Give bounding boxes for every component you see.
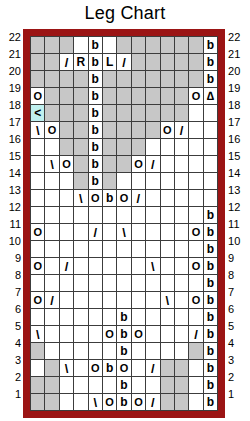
stitch-cell-b: b [89, 105, 102, 121]
stitch-symbol: \ [36, 123, 40, 136]
stitch-cell-b: b [103, 360, 116, 376]
knitting-chart-page: Leg Chart 222120191817161514131211109876… [0, 0, 250, 421]
row-number-left: 4 [7, 335, 23, 352]
empty-cell [132, 309, 145, 325]
stitch-symbol: \ [122, 225, 126, 238]
empty-cell [74, 37, 87, 53]
stitch-symbol: O [33, 226, 42, 237]
stitch-symbol: b [120, 311, 127, 323]
stitch-cell-bslash: \ [161, 292, 174, 308]
stitch-cell-b: b [89, 122, 102, 138]
stitch-cell-b: b [204, 275, 217, 291]
no-stitch-cell [175, 88, 188, 104]
empty-cell [175, 309, 188, 325]
no-stitch-cell [74, 173, 87, 189]
no-stitch-cell [175, 377, 188, 393]
empty-cell [189, 309, 202, 325]
stitch-symbol: O [33, 294, 42, 305]
row-number-right: 20 [225, 63, 241, 80]
empty-cell [74, 224, 87, 240]
no-stitch-cell [117, 139, 130, 155]
no-stitch-cell [132, 88, 145, 104]
stitch-cell-L: L [103, 54, 116, 70]
stitch-cell-slash: / [45, 292, 58, 308]
no-stitch-cell [161, 88, 174, 104]
row-number-right: 21 [225, 46, 241, 63]
empty-cell [132, 207, 145, 223]
empty-cell [60, 241, 73, 257]
row-number-left: 2 [7, 369, 23, 386]
stitch-cell-bslash: \ [117, 224, 130, 240]
stitch-cell-slash: / [60, 54, 73, 70]
row-number-left: 13 [7, 182, 23, 199]
no-stitch-cell [189, 37, 202, 53]
stitch-symbol: b [120, 328, 127, 340]
no-stitch-cell [31, 343, 44, 359]
stitch-symbol: O [134, 396, 143, 407]
empty-cell [175, 258, 188, 274]
stitch-cell-b: b [117, 377, 130, 393]
empty-cell [132, 360, 145, 376]
empty-cell [74, 258, 87, 274]
empty-cell [103, 224, 116, 240]
empty-cell [132, 241, 145, 257]
stitch-symbol: O [91, 362, 100, 373]
stitch-cell-b: b [117, 394, 130, 410]
empty-cell [189, 156, 202, 172]
stitch-symbol: R [77, 56, 86, 68]
no-stitch-cell [117, 71, 130, 87]
empty-cell [175, 173, 188, 189]
empty-cell [161, 156, 174, 172]
empty-cell [31, 309, 44, 325]
row-number-left: 15 [7, 148, 23, 165]
no-stitch-cell [132, 71, 145, 87]
empty-cell [74, 377, 87, 393]
empty-cell [146, 207, 159, 223]
row-number-left: 21 [7, 46, 23, 63]
empty-cell [132, 258, 145, 274]
stitch-cell-b: b [204, 326, 217, 342]
stitch-cell-O: O [189, 88, 202, 104]
stitch-symbol: \ [36, 327, 40, 340]
no-stitch-cell [103, 88, 116, 104]
empty-cell [146, 275, 159, 291]
empty-cell [146, 343, 159, 359]
stitch-symbol: b [92, 107, 99, 119]
empty-cell [189, 207, 202, 223]
stitch-cell-bslash: \ [74, 190, 87, 206]
empty-cell [132, 224, 145, 240]
no-stitch-cell [175, 37, 188, 53]
stitch-cell-b: b [89, 156, 102, 172]
stitch-symbol: b [92, 124, 99, 136]
empty-cell [175, 292, 188, 308]
row-number-left: 12 [7, 199, 23, 216]
empty-cell [189, 122, 202, 138]
stitch-cell-b: b [117, 343, 130, 359]
empty-cell [31, 156, 44, 172]
row-numbers-right: 22212019181716151413121110987654321 [225, 29, 241, 403]
no-stitch-cell [31, 394, 44, 410]
no-stitch-cell [132, 37, 145, 53]
no-stitch-cell [60, 105, 73, 121]
stitch-symbol: O [33, 90, 42, 101]
empty-cell [204, 156, 217, 172]
empty-cell [45, 258, 58, 274]
empty-cell [204, 173, 217, 189]
empty-cell [204, 139, 217, 155]
empty-cell [204, 190, 217, 206]
empty-cell [45, 326, 58, 342]
empty-cell [89, 292, 102, 308]
no-stitch-cell [117, 88, 130, 104]
row-number-right: 7 [225, 284, 241, 301]
stitch-cell-b: b [89, 37, 102, 53]
no-stitch-cell [45, 37, 58, 53]
no-stitch-cell [74, 71, 87, 87]
stitch-symbol: b [207, 56, 214, 68]
empty-cell [103, 292, 116, 308]
stitch-symbol: b [92, 158, 99, 170]
stitch-cell-<: < [31, 105, 44, 121]
no-stitch-cell [132, 122, 145, 138]
stitch-cell-slash: / [175, 122, 188, 138]
stitch-cell-slash: / [146, 394, 159, 410]
empty-cell [74, 241, 87, 257]
stitch-symbol: b [120, 396, 127, 408]
row-number-right: 6 [225, 301, 241, 318]
stitch-cell-b: b [204, 292, 217, 308]
stitch-cell-b: b [117, 309, 130, 325]
chart-title: Leg Chart [0, 3, 250, 24]
no-stitch-cell [103, 139, 116, 155]
empty-cell [175, 156, 188, 172]
no-stitch-cell [117, 156, 130, 172]
no-stitch-cell [175, 105, 188, 121]
no-stitch-cell [60, 88, 73, 104]
no-stitch-cell [189, 71, 202, 87]
empty-cell [31, 241, 44, 257]
stitch-symbol: / [122, 55, 126, 68]
stitch-symbol: b [207, 226, 214, 238]
no-stitch-cell [74, 156, 87, 172]
empty-cell [74, 326, 87, 342]
no-stitch-cell [45, 54, 58, 70]
stitch-cell-O: O [132, 156, 145, 172]
empty-cell [60, 224, 73, 240]
stitch-symbol: \ [50, 157, 54, 170]
no-stitch-cell [161, 377, 174, 393]
no-stitch-cell [103, 156, 116, 172]
empty-cell [60, 394, 73, 410]
stitch-cell-b: b [204, 54, 217, 70]
stitch-symbol: / [50, 293, 54, 306]
empty-cell [146, 241, 159, 257]
stitch-cell-bslash: \ [31, 326, 44, 342]
stitch-symbol: O [134, 328, 143, 339]
stitch-symbol: / [65, 259, 69, 272]
stitch-cell-O: O [89, 360, 102, 376]
row-number-right: 3 [225, 352, 241, 369]
empty-cell [161, 139, 174, 155]
no-stitch-cell [45, 88, 58, 104]
empty-cell [103, 37, 116, 53]
stitch-symbol: L [106, 56, 113, 68]
row-number-right: 18 [225, 97, 241, 114]
stitch-cell-O: O [161, 122, 174, 138]
empty-cell [103, 377, 116, 393]
no-stitch-cell [31, 37, 44, 53]
row-number-right: 12 [225, 199, 241, 216]
empty-cell [146, 292, 159, 308]
stitch-symbol: O [120, 192, 129, 203]
stitch-cell-slash: / [132, 190, 145, 206]
empty-cell [161, 224, 174, 240]
empty-cell [175, 343, 188, 359]
empty-cell [89, 309, 102, 325]
empty-cell [89, 258, 102, 274]
stitch-cell-O: O [103, 326, 116, 342]
stitch-cell-b: b [204, 207, 217, 223]
empty-cell [89, 241, 102, 257]
empty-cell [132, 275, 145, 291]
empty-cell [161, 343, 174, 359]
empty-cell [74, 207, 87, 223]
row-number-right: 19 [225, 80, 241, 97]
stitch-symbol: b [92, 39, 99, 51]
row-numbers-left: 22212019181716151413121110987654321 [7, 29, 23, 403]
no-stitch-cell [103, 105, 116, 121]
stitch-symbol: / [151, 395, 155, 408]
row-number-left: 1 [7, 386, 23, 403]
no-stitch-cell [175, 394, 188, 410]
stitch-cell-b: b [204, 258, 217, 274]
stitch-symbol: b [207, 311, 214, 323]
empty-cell [146, 326, 159, 342]
no-stitch-cell [117, 105, 130, 121]
no-stitch-cell [74, 139, 87, 155]
row-number-left: 6 [7, 301, 23, 318]
empty-cell [161, 309, 174, 325]
stitch-symbol: O [192, 260, 201, 271]
no-stitch-cell [103, 122, 116, 138]
stitch-cell-b: b [204, 224, 217, 240]
empty-cell [74, 394, 87, 410]
empty-cell [189, 139, 202, 155]
no-stitch-cell [60, 71, 73, 87]
row-number-left: 18 [7, 97, 23, 114]
stitch-symbol: b [207, 345, 214, 357]
row-number-left: 3 [7, 352, 23, 369]
row-number-left: 5 [7, 318, 23, 335]
no-stitch-cell [117, 37, 130, 53]
stitch-symbol: / [180, 123, 184, 136]
empty-cell [189, 190, 202, 206]
stitch-symbol: / [151, 157, 155, 170]
stitch-cell-O: O [45, 122, 58, 138]
stitch-cell-O: O [117, 190, 130, 206]
stitch-cell-bslash: \ [89, 394, 102, 410]
stitch-cell-bslash: \ [45, 156, 58, 172]
row-number-left: 14 [7, 165, 23, 182]
empty-cell [189, 241, 202, 257]
no-stitch-cell [31, 71, 44, 87]
empty-cell [74, 343, 87, 359]
empty-cell [60, 343, 73, 359]
no-stitch-cell [146, 122, 159, 138]
no-stitch-cell [74, 122, 87, 138]
empty-cell [89, 377, 102, 393]
row-number-left: 19 [7, 80, 23, 97]
stitch-symbol: O [192, 90, 201, 101]
chart-area: 22212019181716151413121110987654321 bb/R… [7, 29, 241, 418]
empty-cell [117, 258, 130, 274]
stitch-cell-O: O [189, 258, 202, 274]
empty-cell [161, 241, 174, 257]
row-number-right: 10 [225, 233, 241, 250]
empty-cell [146, 309, 159, 325]
no-stitch-cell [189, 343, 202, 359]
stitch-cell-slash: / [89, 224, 102, 240]
empty-cell [175, 224, 188, 240]
empty-cell [161, 173, 174, 189]
empty-cell [175, 275, 188, 291]
empty-cell [45, 275, 58, 291]
stitch-cell-O: O [31, 292, 44, 308]
no-stitch-cell [31, 54, 44, 70]
empty-cell [60, 377, 73, 393]
stitch-symbol: O [120, 362, 129, 373]
stitch-cell-slash: / [146, 360, 159, 376]
stitch-symbol: b [207, 260, 214, 272]
stitch-cell-b: b [89, 54, 102, 70]
stitch-cell-O: O [89, 190, 102, 206]
empty-cell [103, 343, 116, 359]
empty-cell [117, 275, 130, 291]
no-stitch-cell [31, 377, 44, 393]
empty-cell [146, 139, 159, 155]
stitch-symbol: O [163, 124, 172, 135]
empty-cell [31, 360, 44, 376]
empty-cell [60, 292, 73, 308]
empty-cell [45, 224, 58, 240]
row-number-left: 8 [7, 267, 23, 284]
empty-cell [189, 105, 202, 121]
stitch-symbol: / [151, 361, 155, 374]
stitch-symbol: b [120, 345, 127, 357]
stitch-cell-bslash: \ [31, 122, 44, 138]
empty-cell [45, 241, 58, 257]
stitch-cell-b: b [103, 190, 116, 206]
empty-cell [204, 105, 217, 121]
no-stitch-cell [60, 139, 73, 155]
stitch-cell-O: O [31, 224, 44, 240]
empty-cell [45, 190, 58, 206]
empty-cell [175, 241, 188, 257]
no-stitch-cell [132, 139, 145, 155]
stitch-cell-O: O [189, 224, 202, 240]
stitch-symbol: O [192, 294, 201, 305]
stitch-symbol: O [192, 226, 201, 237]
empty-cell [117, 173, 130, 189]
stitch-symbol: O [105, 396, 114, 407]
stitch-symbol: b [106, 362, 113, 374]
stitch-symbol: / [65, 55, 69, 68]
no-stitch-cell [161, 394, 174, 410]
stitch-cell-O: O [31, 258, 44, 274]
stitch-symbol: / [137, 191, 141, 204]
stitch-symbol: b [207, 362, 214, 374]
stitch-cell-b: b [204, 360, 217, 376]
empty-cell [60, 207, 73, 223]
empty-cell [45, 309, 58, 325]
no-stitch-cell [161, 71, 174, 87]
stitch-symbol: b [120, 379, 127, 391]
no-stitch-cell [161, 105, 174, 121]
stitch-cell-O: O [132, 394, 145, 410]
stitch-symbol: b [92, 56, 99, 68]
empty-cell [146, 224, 159, 240]
stitch-cell-O: O [189, 292, 202, 308]
no-stitch-cell [146, 37, 159, 53]
row-number-right: 13 [225, 182, 241, 199]
empty-cell [103, 207, 116, 223]
stitch-cell-b: b [204, 241, 217, 257]
row-number-left: 11 [7, 216, 23, 233]
stitch-symbol: b [207, 39, 214, 51]
no-stitch-cell [175, 71, 188, 87]
stitch-cell-R: R [74, 54, 87, 70]
row-number-right: 17 [225, 114, 241, 131]
empty-cell [60, 309, 73, 325]
no-stitch-cell [132, 54, 145, 70]
no-stitch-cell [103, 71, 116, 87]
empty-cell [146, 190, 159, 206]
empty-cell [74, 292, 87, 308]
row-number-left: 10 [7, 233, 23, 250]
empty-cell [117, 292, 130, 308]
empty-cell [89, 343, 102, 359]
empty-cell [132, 292, 145, 308]
no-stitch-cell [146, 54, 159, 70]
no-stitch-cell [45, 377, 58, 393]
stitch-symbol: O [33, 260, 42, 271]
empty-cell [60, 190, 73, 206]
stitch-cell-slash: / [189, 326, 202, 342]
empty-cell [161, 326, 174, 342]
row-number-right: 5 [225, 318, 241, 335]
no-stitch-cell [146, 71, 159, 87]
no-stitch-cell [74, 88, 87, 104]
empty-cell [117, 241, 130, 257]
chart-border: bb/RbL/bbbObO∆<b\ObO/b\ObO/b\ObO/bO/\Obb… [23, 29, 225, 418]
no-stitch-cell [175, 360, 188, 376]
stitch-symbol: b [92, 141, 99, 153]
empty-cell [103, 275, 116, 291]
stitch-symbol: O [91, 192, 100, 203]
stitch-cell-O: O [103, 394, 116, 410]
stitch-symbol: \ [151, 259, 155, 272]
no-stitch-cell [132, 105, 145, 121]
empty-cell [60, 326, 73, 342]
stitch-symbol: \ [165, 293, 169, 306]
stitch-cell-O: O [117, 360, 130, 376]
stitch-cell-b: b [204, 71, 217, 87]
stitch-symbol: < [34, 107, 41, 119]
empty-cell [45, 173, 58, 189]
stitch-cell-O: O [132, 326, 145, 342]
